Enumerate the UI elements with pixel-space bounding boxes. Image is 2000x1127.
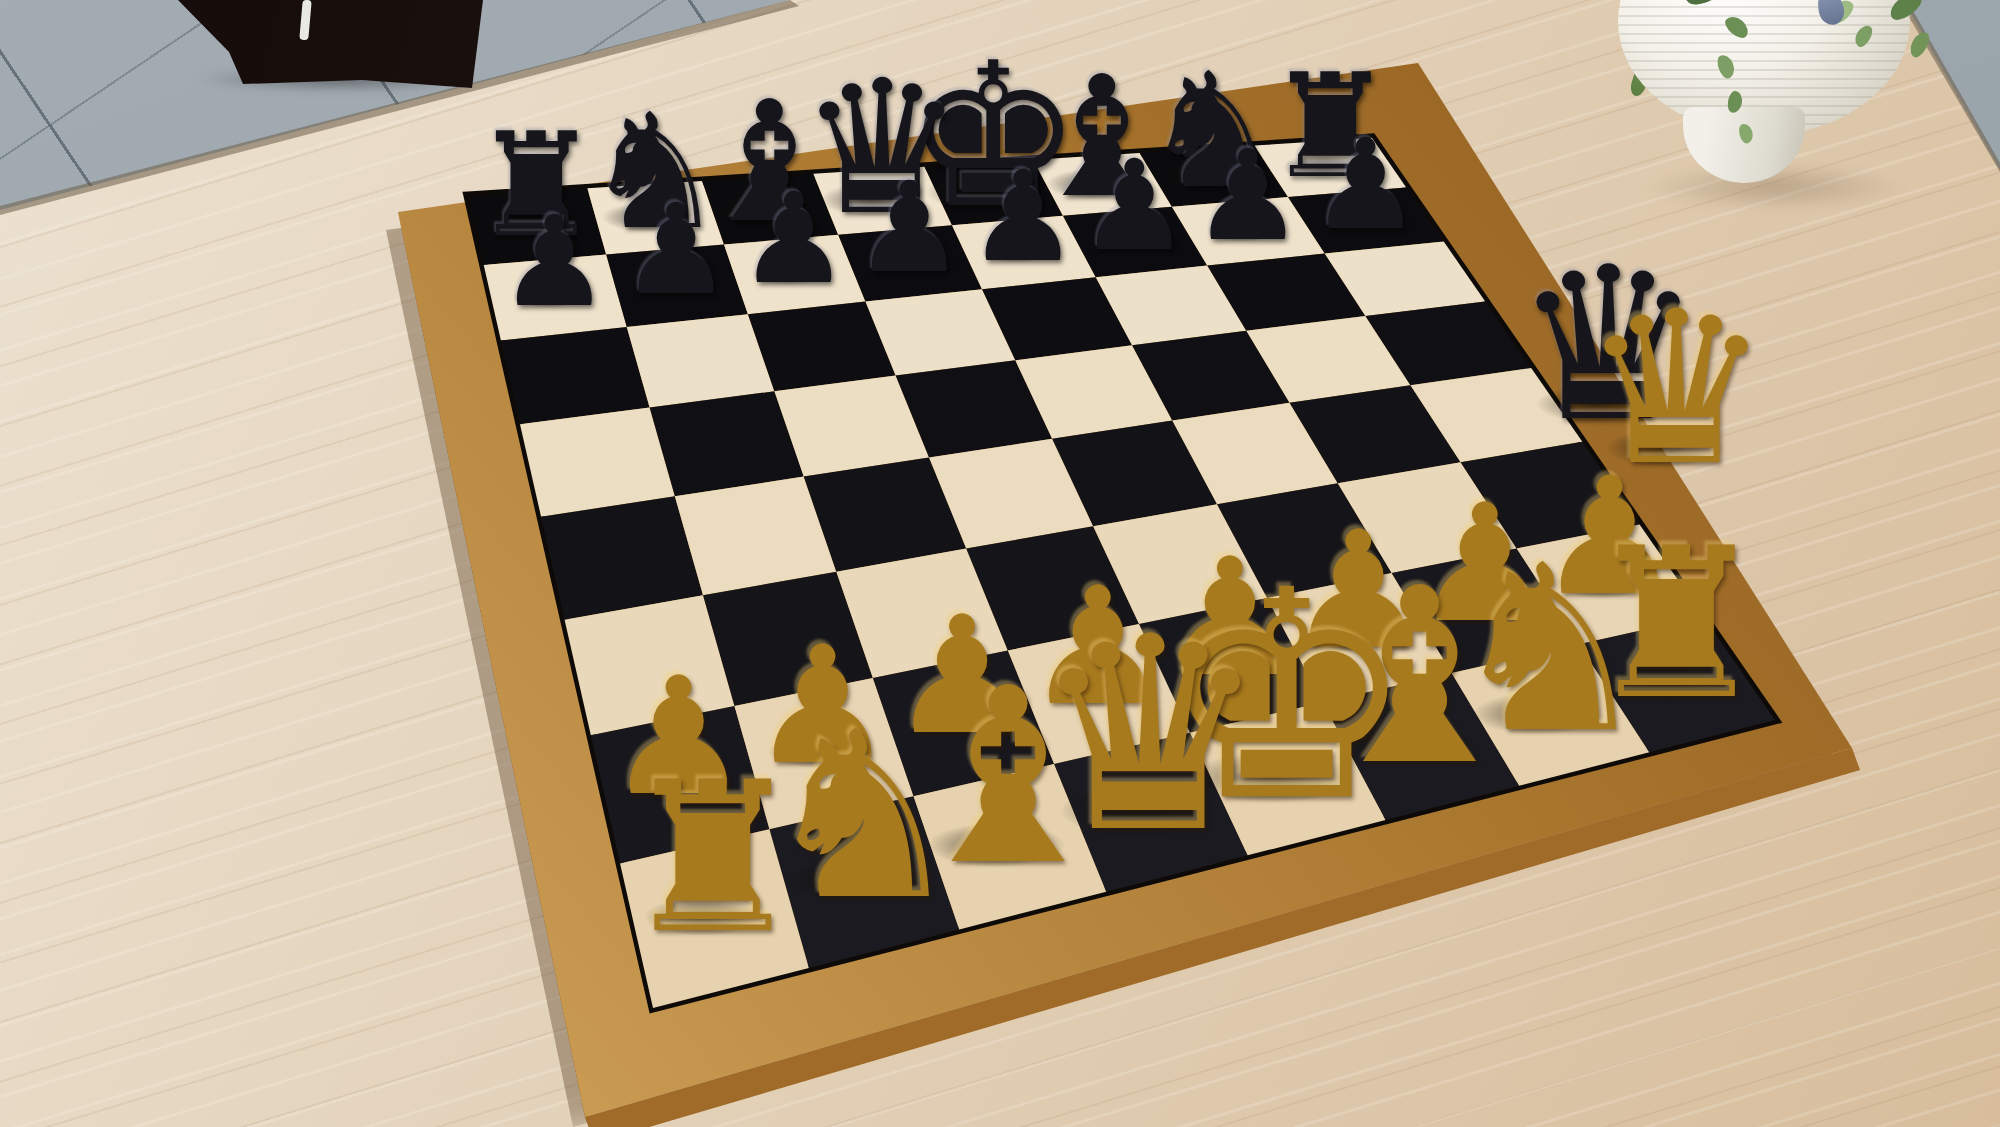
plant-leaf [1726,90,1744,114]
vase-foot [1683,107,1805,183]
square-e6[interactable] [982,277,1132,360]
piece-black-pawn-h7[interactable]: ♟ [1310,122,1422,247]
planter [1590,0,1970,235]
piece-black-pawn-d7[interactable]: ♟ [853,165,965,290]
vase [1618,0,1910,135]
square-b4[interactable] [675,477,837,596]
piece-black-pawn-g7[interactable]: ♟ [1192,133,1304,258]
board-side-left [398,212,595,1127]
square-c4[interactable] [804,457,967,571]
square-h5[interactable] [1365,302,1531,386]
piece-black-pawn-a7[interactable]: ♟ [498,199,610,324]
plant-leaf [1722,13,1752,42]
vase-shadow [1645,163,1905,211]
plant-leaf [1852,23,1876,50]
piece-black-pawn-c7[interactable]: ♟ [738,176,850,301]
square-b5[interactable] [650,391,804,496]
square-d5[interactable] [896,360,1053,457]
vase-ribs [1618,0,1910,135]
plant-bud [1814,0,1847,28]
piece-black-pawn-e7[interactable]: ♟ [967,154,1079,279]
plant-leaf [1737,122,1755,145]
piece-black-pawn-b7[interactable]: ♟ [620,188,732,313]
square-e4[interactable] [1052,421,1217,527]
plant-leaf [1886,0,1926,24]
square-g5[interactable] [1246,316,1410,403]
square-a5[interactable] [520,407,675,516]
piece-white-rook-a1[interactable]: ♜ [620,755,806,962]
plant-leaf [1628,0,1683,98]
square-a4[interactable] [541,496,703,620]
piece-layer: ♜♞♝♛♚♝♞♜♟♟♟♟♟♟♟♟♟♟♟♟♟♟♟♟♜♞♝♛♚♝♞♜♛♛ [0,0,2000,1127]
square-d4[interactable] [929,439,1093,549]
square-f4[interactable] [1172,403,1337,505]
square-b6[interactable] [627,314,775,407]
plant-leaf [1678,0,1735,11]
square-c5[interactable] [774,376,929,477]
plant-leaf [1660,0,1719,57]
plant-leaf [1907,29,1933,60]
plant-leaf [1826,0,1857,27]
hanging-cord [299,0,311,40]
square-f5[interactable] [1132,331,1289,421]
square-a6[interactable] [501,327,650,424]
photo-scene: ♜♞♝♛♚♝♞♜♟♟♟♟♟♟♟♟♟♟♟♟♟♟♟♟♜♞♝♛♚♝♞♜♛♛ [0,0,2000,1127]
square-e5[interactable] [1015,345,1172,438]
square-d6[interactable] [865,289,1015,375]
cabinet-shadow [195,66,480,92]
square-c6[interactable] [748,302,896,392]
plant-leaf [1715,53,1737,81]
piece-black-pawn-f7[interactable]: ♟ [1078,144,1190,269]
